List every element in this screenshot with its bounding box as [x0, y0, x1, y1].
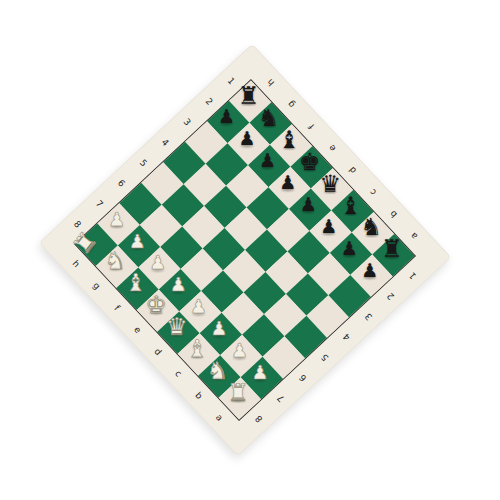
chess-board-grid: ♜♞♝♚♛♝♞♜♟♟♟♟♟♟♟♟♟♟♟♟♟♟♟♟♜♞♝♚♛♝♞♜ [75, 80, 414, 419]
product-photo: hgfedcba hgfedcba 12345678 12345678 ♜♞♝♚… [0, 0, 500, 500]
rotated-board-scene: hgfedcba hgfedcba 12345678 12345678 ♜♞♝♚… [39, 44, 452, 457]
vinyl-chess-mat: hgfedcba hgfedcba 12345678 12345678 ♜♞♝♚… [39, 44, 452, 457]
